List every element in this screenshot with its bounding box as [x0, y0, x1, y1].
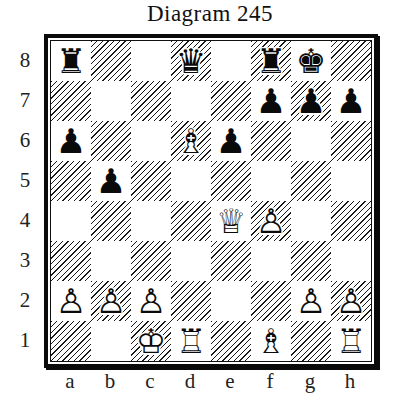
rank-label-1: 1	[12, 320, 38, 360]
square-a1[interactable]	[51, 321, 91, 361]
square-a8[interactable]: ♜	[51, 41, 91, 81]
piece-white-pawn-c2: ♙	[131, 281, 171, 321]
square-h7[interactable]: ♟	[331, 81, 371, 121]
square-d3[interactable]	[171, 241, 211, 281]
square-h5[interactable]	[331, 161, 371, 201]
rank-label-4: 4	[12, 200, 38, 240]
square-h6[interactable]	[331, 121, 371, 161]
chess-diagram-page: Diagram 245 87654321 ♜♛♜♚♟♟♟♟♝♗♟♟♛♕♟♙♟♙♟…	[0, 0, 400, 400]
square-f3[interactable]	[251, 241, 291, 281]
piece-black-pawn-b5: ♟	[91, 161, 131, 201]
piece-black-pawn-f7: ♟	[251, 81, 291, 121]
piece-black-pawn-h7: ♟	[331, 81, 371, 121]
piece-white-pawn-h2-fill: ♟	[331, 281, 371, 321]
file-label-e: e	[210, 369, 250, 394]
piece-white-bishop-f1-fill: ♝	[251, 321, 291, 361]
square-g4[interactable]	[291, 201, 331, 241]
square-e5[interactable]	[211, 161, 251, 201]
square-c6[interactable]	[131, 121, 171, 161]
piece-white-rook-h1-fill: ♜	[331, 321, 371, 361]
rank-label-2: 2	[12, 280, 38, 320]
piece-black-rook-a8: ♜	[51, 41, 91, 81]
piece-white-pawn-c2-fill: ♟	[131, 281, 171, 321]
square-e2[interactable]	[211, 281, 251, 321]
square-g1[interactable]	[291, 321, 331, 361]
piece-white-pawn-a2-fill: ♟	[51, 281, 91, 321]
file-label-c: c	[130, 369, 170, 394]
piece-white-queen-e4: ♕	[211, 201, 251, 241]
square-c5[interactable]	[131, 161, 171, 201]
rank-label-7: 7	[12, 80, 38, 120]
square-a2[interactable]: ♟♙	[51, 281, 91, 321]
file-labels: abcdefgh	[50, 369, 370, 394]
square-c3[interactable]	[131, 241, 171, 281]
file-label-g: g	[290, 369, 330, 394]
square-g6[interactable]	[291, 121, 331, 161]
piece-white-pawn-b2-fill: ♟	[91, 281, 131, 321]
square-d8[interactable]: ♛	[171, 41, 211, 81]
rank-label-8: 8	[12, 40, 38, 80]
square-h4[interactable]	[331, 201, 371, 241]
piece-white-pawn-a2: ♙	[51, 281, 91, 321]
square-b1[interactable]	[91, 321, 131, 361]
file-label-h: h	[330, 369, 370, 394]
square-h1[interactable]: ♜♖	[331, 321, 371, 361]
piece-white-pawn-f4-fill: ♟	[251, 201, 291, 241]
square-h2[interactable]: ♟♙	[331, 281, 371, 321]
square-f4[interactable]: ♟♙	[251, 201, 291, 241]
square-f1[interactable]: ♝♗	[251, 321, 291, 361]
square-f8[interactable]: ♜	[251, 41, 291, 81]
piece-white-pawn-b2: ♙	[91, 281, 131, 321]
square-d1[interactable]: ♜♖	[171, 321, 211, 361]
piece-white-rook-d1-fill: ♜	[171, 321, 211, 361]
square-f5[interactable]	[251, 161, 291, 201]
square-b6[interactable]	[91, 121, 131, 161]
piece-white-pawn-h2: ♙	[331, 281, 371, 321]
square-f6[interactable]	[251, 121, 291, 161]
square-d4[interactable]	[171, 201, 211, 241]
file-label-f: f	[250, 369, 290, 394]
diagram-title: Diagram 245	[44, 1, 376, 27]
square-a5[interactable]	[51, 161, 91, 201]
board-frame: ♜♛♜♚♟♟♟♟♝♗♟♟♛♕♟♙♟♙♟♙♟♙♟♙♟♙♚♔♜♖♝♗♜♖	[44, 34, 378, 368]
rank-label-6: 6	[12, 120, 38, 160]
square-d2[interactable]	[171, 281, 211, 321]
square-d6[interactable]: ♝♗	[171, 121, 211, 161]
square-c8[interactable]	[131, 41, 171, 81]
square-g7[interactable]: ♟	[291, 81, 331, 121]
square-b4[interactable]	[91, 201, 131, 241]
square-b8[interactable]	[91, 41, 131, 81]
file-label-b: b	[90, 369, 130, 394]
square-g5[interactable]	[291, 161, 331, 201]
square-c7[interactable]	[131, 81, 171, 121]
square-c2[interactable]: ♟♙	[131, 281, 171, 321]
piece-white-bishop-f1: ♗	[251, 321, 291, 361]
square-e8[interactable]	[211, 41, 251, 81]
piece-white-king-c1: ♔	[131, 321, 171, 361]
square-g8[interactable]: ♚	[291, 41, 331, 81]
piece-white-king-c1-fill: ♚	[131, 321, 171, 361]
rank-labels: 87654321	[12, 40, 38, 360]
chess-board: ♜♛♜♚♟♟♟♟♝♗♟♟♛♕♟♙♟♙♟♙♟♙♟♙♟♙♚♔♜♖♝♗♜♖	[50, 40, 372, 362]
square-a6[interactable]: ♟	[51, 121, 91, 161]
rank-label-3: 3	[12, 240, 38, 280]
square-h8[interactable]	[331, 41, 371, 81]
piece-white-bishop-d6: ♗	[171, 121, 211, 161]
piece-white-rook-h1: ♖	[331, 321, 371, 361]
square-f7[interactable]: ♟	[251, 81, 291, 121]
square-b5[interactable]: ♟	[91, 161, 131, 201]
rank-label-5: 5	[12, 160, 38, 200]
square-e6[interactable]: ♟	[211, 121, 251, 161]
square-a4[interactable]	[51, 201, 91, 241]
square-f2[interactable]	[251, 281, 291, 321]
square-e4[interactable]: ♛♕	[211, 201, 251, 241]
piece-white-bishop-d6-fill: ♝	[171, 121, 211, 161]
piece-black-pawn-e6: ♟	[211, 121, 251, 161]
piece-black-pawn-a6: ♟	[51, 121, 91, 161]
square-c1[interactable]: ♚♔	[131, 321, 171, 361]
piece-white-queen-e4-fill: ♛	[211, 201, 251, 241]
file-label-a: a	[50, 369, 90, 394]
square-e7[interactable]	[211, 81, 251, 121]
square-d5[interactable]	[171, 161, 211, 201]
square-b3[interactable]	[91, 241, 131, 281]
piece-black-queen-d8: ♛	[171, 41, 211, 81]
square-g2[interactable]: ♟♙	[291, 281, 331, 321]
square-g3[interactable]	[291, 241, 331, 281]
square-d7[interactable]	[171, 81, 211, 121]
square-e1[interactable]	[211, 321, 251, 361]
square-b2[interactable]: ♟♙	[91, 281, 131, 321]
square-a3[interactable]	[51, 241, 91, 281]
square-e3[interactable]	[211, 241, 251, 281]
piece-black-king-g8: ♚	[291, 41, 331, 81]
piece-white-pawn-f4: ♙	[251, 201, 291, 241]
square-c4[interactable]	[131, 201, 171, 241]
square-h3[interactable]	[331, 241, 371, 281]
square-a7[interactable]	[51, 81, 91, 121]
piece-white-pawn-g2-fill: ♟	[291, 281, 331, 321]
piece-white-rook-d1: ♖	[171, 321, 211, 361]
file-label-d: d	[170, 369, 210, 394]
piece-white-pawn-g2: ♙	[291, 281, 331, 321]
square-b7[interactable]	[91, 81, 131, 121]
piece-black-pawn-g7: ♟	[291, 81, 331, 121]
piece-black-rook-f8: ♜	[251, 41, 291, 81]
